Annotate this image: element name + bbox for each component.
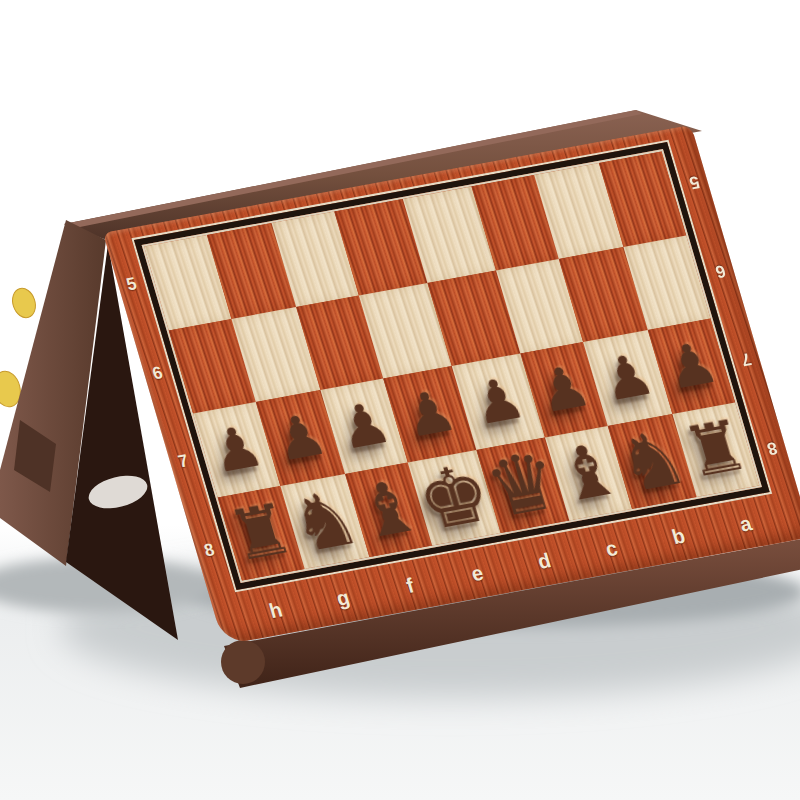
black-pawn-c7[interactable]: ♟ [531,357,597,422]
black-pawn-b7[interactable]: ♟ [595,345,661,410]
black-pawn-e7[interactable]: ♟ [397,382,463,447]
board-corner-round [221,640,265,684]
black-pawn-d7[interactable]: ♟ [465,369,531,434]
black-pawn-a7[interactable]: ♟ [659,333,725,398]
black-pawn-h7[interactable]: ♟ [204,417,270,482]
black-pawn-f7[interactable]: ♟ [331,394,397,459]
product-photo-folding-chess-set: { "game": "chess", "scene": "Folding mag… [0,0,800,800]
yellow-piece-peek-1[interactable] [9,285,39,320]
black-pawn-g7[interactable]: ♟ [268,405,334,470]
